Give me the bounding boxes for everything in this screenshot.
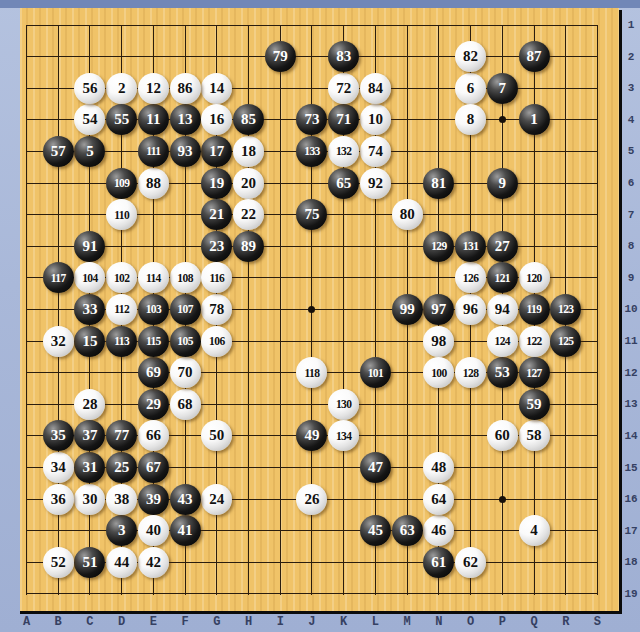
row-label-16: 16	[622, 492, 640, 506]
stone-P10[interactable]: 94	[487, 294, 518, 325]
row-label-7: 7	[622, 208, 640, 222]
board-edge-shadow-right	[619, 10, 622, 614]
stone-E3[interactable]: 12	[138, 73, 169, 104]
stone-N16[interactable]: 64	[423, 484, 454, 515]
stone-F3[interactable]: 86	[170, 73, 201, 104]
stone-P14[interactable]: 60	[487, 420, 518, 451]
row-label-19: 19	[622, 587, 640, 601]
go-game-record-diagram: 1234567891011121314151617181920212223242…	[0, 0, 640, 632]
stone-P9[interactable]: 121	[487, 262, 518, 293]
stone-Q10[interactable]: 119	[519, 294, 550, 325]
row-label-6: 6	[622, 176, 640, 190]
stone-G3[interactable]: 14	[201, 73, 232, 104]
stone-Q14[interactable]: 58	[519, 420, 550, 451]
stone-B18[interactable]: 52	[43, 547, 74, 578]
stone-D11[interactable]: 113	[106, 326, 137, 357]
stone-B14[interactable]: 35	[43, 420, 74, 451]
row-label-1: 1	[622, 18, 640, 32]
stone-B9[interactable]: 117	[43, 262, 74, 293]
stone-E4[interactable]: 11	[138, 104, 169, 135]
stone-C8[interactable]: 91	[74, 231, 105, 262]
column-label-A: A	[17, 615, 37, 629]
stone-F11[interactable]: 105	[170, 326, 201, 357]
stone-F13[interactable]: 68	[170, 389, 201, 420]
stone-F16[interactable]: 43	[170, 484, 201, 515]
row-label-15: 15	[622, 461, 640, 475]
stone-F5[interactable]: 93	[170, 136, 201, 167]
column-label-G: G	[207, 615, 227, 629]
stone-N6[interactable]: 81	[423, 168, 454, 199]
column-label-O: O	[461, 615, 481, 629]
stone-R11[interactable]: 125	[550, 326, 581, 357]
stone-Q11[interactable]: 122	[519, 326, 550, 357]
stone-Q17[interactable]: 4	[519, 515, 550, 546]
stone-L6[interactable]: 92	[360, 168, 391, 199]
stone-H8[interactable]: 89	[233, 231, 264, 262]
stone-B16[interactable]: 36	[43, 484, 74, 515]
column-label-F: F	[175, 615, 195, 629]
column-label-K: K	[334, 615, 354, 629]
stone-H7[interactable]: 22	[233, 199, 264, 230]
stone-O3[interactable]: 6	[455, 73, 486, 104]
row-label-4: 4	[622, 113, 640, 127]
column-label-Q: Q	[524, 615, 544, 629]
stone-E5[interactable]: 111	[138, 136, 169, 167]
stone-E16[interactable]: 39	[138, 484, 169, 515]
column-label-I: I	[270, 615, 290, 629]
stone-E15[interactable]: 67	[138, 452, 169, 483]
stone-B11[interactable]: 32	[43, 326, 74, 357]
column-label-N: N	[429, 615, 449, 629]
stone-F17[interactable]: 41	[170, 515, 201, 546]
stone-P3[interactable]: 7	[487, 73, 518, 104]
row-label-5: 5	[622, 144, 640, 158]
stone-L17[interactable]: 45	[360, 515, 391, 546]
row-label-3: 3	[622, 81, 640, 95]
stone-P12[interactable]: 53	[487, 357, 518, 388]
stone-G16[interactable]: 24	[201, 484, 232, 515]
stone-M17[interactable]: 63	[392, 515, 423, 546]
row-label-8: 8	[622, 239, 640, 253]
stone-G11[interactable]: 106	[201, 326, 232, 357]
column-label-S: S	[587, 615, 607, 629]
stone-K6[interactable]: 65	[328, 168, 359, 199]
stone-J16[interactable]: 26	[296, 484, 327, 515]
stone-I2[interactable]: 79	[265, 41, 296, 72]
row-label-10: 10	[622, 302, 640, 316]
stone-K3[interactable]: 72	[328, 73, 359, 104]
stone-E18[interactable]: 42	[138, 547, 169, 578]
board-edge-shadow-bottom	[20, 611, 622, 614]
stone-N11[interactable]: 98	[423, 326, 454, 357]
stone-L12[interactable]: 101	[360, 357, 391, 388]
stone-E6[interactable]: 88	[138, 168, 169, 199]
column-label-H: H	[239, 615, 259, 629]
stone-P8[interactable]: 27	[487, 231, 518, 262]
stone-O8[interactable]: 131	[455, 231, 486, 262]
stone-E17[interactable]: 40	[138, 515, 169, 546]
stone-C3[interactable]: 56	[74, 73, 105, 104]
stone-E11[interactable]: 115	[138, 326, 169, 357]
stone-D6[interactable]: 109	[106, 168, 137, 199]
stone-D15[interactable]: 25	[106, 452, 137, 483]
row-label-11: 11	[622, 334, 640, 348]
stone-O10[interactable]: 96	[455, 294, 486, 325]
stone-D10[interactable]: 112	[106, 294, 137, 325]
column-label-D: D	[112, 615, 132, 629]
stone-F9[interactable]: 108	[170, 262, 201, 293]
stone-M7[interactable]: 80	[392, 199, 423, 230]
stone-Q4[interactable]: 1	[519, 104, 550, 135]
row-label-18: 18	[622, 555, 640, 569]
stone-C16[interactable]: 30	[74, 484, 105, 515]
column-label-E: E	[143, 615, 163, 629]
stone-Q13[interactable]: 59	[519, 389, 550, 420]
column-label-J: J	[302, 615, 322, 629]
stone-P11[interactable]: 124	[487, 326, 518, 357]
column-label-L: L	[365, 615, 385, 629]
stone-H5[interactable]: 18	[233, 136, 264, 167]
row-label-14: 14	[622, 429, 640, 443]
stone-G8[interactable]: 23	[201, 231, 232, 262]
stone-Q9[interactable]: 120	[519, 262, 550, 293]
stone-E10[interactable]: 103	[138, 294, 169, 325]
row-label-9: 9	[622, 271, 640, 285]
column-label-P: P	[492, 615, 512, 629]
stone-K5[interactable]: 132	[328, 136, 359, 167]
stone-R10[interactable]: 123	[550, 294, 581, 325]
stone-F12[interactable]: 70	[170, 357, 201, 388]
stone-O18[interactable]: 62	[455, 547, 486, 578]
stone-B5[interactable]: 57	[43, 136, 74, 167]
column-label-R: R	[556, 615, 576, 629]
stone-F10[interactable]: 107	[170, 294, 201, 325]
stone-L15[interactable]: 47	[360, 452, 391, 483]
stone-K13[interactable]: 130	[328, 389, 359, 420]
stone-D18[interactable]: 44	[106, 547, 137, 578]
stone-N8[interactable]: 129	[423, 231, 454, 262]
column-label-B: B	[48, 615, 68, 629]
stone-H6[interactable]: 20	[233, 168, 264, 199]
row-label-12: 12	[622, 366, 640, 380]
stone-Q12[interactable]: 127	[519, 357, 550, 388]
stone-G6[interactable]: 19	[201, 168, 232, 199]
stone-D3[interactable]: 2	[106, 73, 137, 104]
stone-L5[interactable]: 74	[360, 136, 391, 167]
stone-O2[interactable]: 82	[455, 41, 486, 72]
stone-E12[interactable]: 69	[138, 357, 169, 388]
column-label-M: M	[397, 615, 417, 629]
row-label-17: 17	[622, 524, 640, 538]
stone-M10[interactable]: 99	[392, 294, 423, 325]
stone-N18[interactable]: 61	[423, 547, 454, 578]
column-label-C: C	[80, 615, 100, 629]
row-label-13: 13	[622, 397, 640, 411]
stone-C11[interactable]: 15	[74, 326, 105, 357]
window-top-strip	[0, 0, 640, 8]
stone-P6[interactable]: 9	[487, 168, 518, 199]
stone-B15[interactable]: 34	[43, 452, 74, 483]
stone-Q2[interactable]: 87	[519, 41, 550, 72]
stone-D16[interactable]: 38	[106, 484, 137, 515]
stone-L3[interactable]: 84	[360, 73, 391, 104]
row-label-2: 2	[622, 50, 640, 64]
stone-E13[interactable]: 29	[138, 389, 169, 420]
stone-F4[interactable]: 13	[170, 104, 201, 135]
